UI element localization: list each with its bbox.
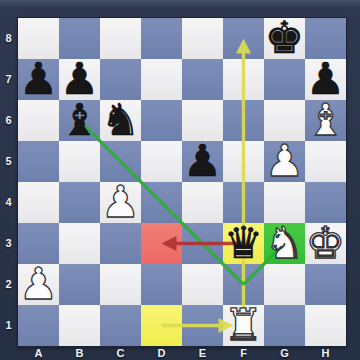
square-c5[interactable] [100, 141, 141, 182]
rank-label-2: 2 [0, 264, 17, 305]
square-h1[interactable] [305, 305, 346, 346]
square-a1[interactable] [18, 305, 59, 346]
square-g7[interactable] [264, 59, 305, 100]
square-e1[interactable] [182, 305, 223, 346]
file-label-h: H [305, 346, 346, 360]
square-b1[interactable] [59, 305, 100, 346]
square-f8[interactable] [223, 18, 264, 59]
square-d3[interactable] [141, 223, 182, 264]
rank-label-8: 8 [0, 18, 17, 59]
square-f5[interactable] [223, 141, 264, 182]
square-h3[interactable] [305, 223, 346, 264]
square-f6[interactable] [223, 100, 264, 141]
square-a6[interactable] [18, 100, 59, 141]
square-b4[interactable] [59, 182, 100, 223]
square-g4[interactable] [264, 182, 305, 223]
square-c1[interactable] [100, 305, 141, 346]
file-label-d: D [141, 346, 182, 360]
square-b2[interactable] [59, 264, 100, 305]
square-g5[interactable] [264, 141, 305, 182]
square-g1[interactable] [264, 305, 305, 346]
square-c8[interactable] [100, 18, 141, 59]
square-c3[interactable] [100, 223, 141, 264]
square-h6[interactable] [305, 100, 346, 141]
chess-board [18, 18, 346, 346]
square-a5[interactable] [18, 141, 59, 182]
square-e2[interactable] [182, 264, 223, 305]
square-b3[interactable] [59, 223, 100, 264]
square-e4[interactable] [182, 182, 223, 223]
square-c2[interactable] [100, 264, 141, 305]
file-label-a: A [18, 346, 59, 360]
file-label-f: F [223, 346, 264, 360]
square-e6[interactable] [182, 100, 223, 141]
square-d2[interactable] [141, 264, 182, 305]
square-g3[interactable] [264, 223, 305, 264]
file-label-c: C [100, 346, 141, 360]
square-f1[interactable] [223, 305, 264, 346]
file-label-e: E [182, 346, 223, 360]
square-b6[interactable] [59, 100, 100, 141]
square-b5[interactable] [59, 141, 100, 182]
board-frame: ♚♟♟♟♝♞♝♟♟♟♛♞♚♟♜ 87654321ABCDEFGH [0, 0, 360, 360]
rank-label-3: 3 [0, 223, 17, 264]
square-f3[interactable] [223, 223, 264, 264]
square-d1[interactable] [141, 305, 182, 346]
square-f4[interactable] [223, 182, 264, 223]
square-e3[interactable] [182, 223, 223, 264]
square-c4[interactable] [100, 182, 141, 223]
rank-label-4: 4 [0, 182, 17, 223]
square-h4[interactable] [305, 182, 346, 223]
square-g2[interactable] [264, 264, 305, 305]
square-a7[interactable] [18, 59, 59, 100]
square-c6[interactable] [100, 100, 141, 141]
square-a3[interactable] [18, 223, 59, 264]
square-e7[interactable] [182, 59, 223, 100]
square-h2[interactable] [305, 264, 346, 305]
rank-label-5: 5 [0, 141, 17, 182]
rank-label-7: 7 [0, 59, 17, 100]
square-h7[interactable] [305, 59, 346, 100]
square-d4[interactable] [141, 182, 182, 223]
square-a2[interactable] [18, 264, 59, 305]
square-c7[interactable] [100, 59, 141, 100]
square-g6[interactable] [264, 100, 305, 141]
square-g8[interactable] [264, 18, 305, 59]
square-a4[interactable] [18, 182, 59, 223]
square-h8[interactable] [305, 18, 346, 59]
rank-label-6: 6 [0, 100, 17, 141]
square-b7[interactable] [59, 59, 100, 100]
square-e5[interactable] [182, 141, 223, 182]
file-label-b: B [59, 346, 100, 360]
square-b8[interactable] [59, 18, 100, 59]
rank-label-1: 1 [0, 305, 17, 346]
square-d8[interactable] [141, 18, 182, 59]
square-f7[interactable] [223, 59, 264, 100]
file-label-g: G [264, 346, 305, 360]
square-h5[interactable] [305, 141, 346, 182]
square-d7[interactable] [141, 59, 182, 100]
square-d6[interactable] [141, 100, 182, 141]
square-f2[interactable] [223, 264, 264, 305]
square-a8[interactable] [18, 18, 59, 59]
square-d5[interactable] [141, 141, 182, 182]
square-e8[interactable] [182, 18, 223, 59]
